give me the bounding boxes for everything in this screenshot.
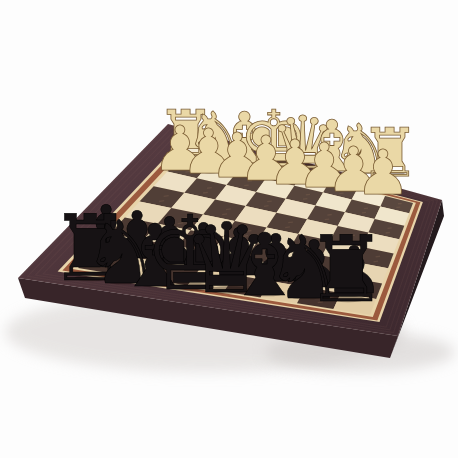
square-grain-line [327, 215, 331, 216]
chess-board: ♜♞♝♚♛♝♞♜♟♟♟♟♟♟♟♟♟♟♟♟♟♟♟♟♜♞♝♚♛♝♞♜ [0, 0, 458, 458]
white-pawn: ♟ [355, 137, 410, 209]
black-rook: ♜ [305, 216, 387, 323]
chess-board-photo: ♜♞♝♚♛♝♞♜♟♟♟♟♟♟♟♟♟♟♟♟♟♟♟♟♜♞♝♚♛♝♞♜ [0, 0, 458, 458]
square-grain-line [388, 228, 392, 229]
